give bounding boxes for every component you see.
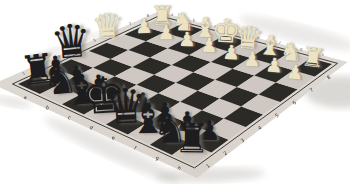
chess-set-product-photo: a11ab22bc33cd44de55ef66fg77gh88h ♜♞♟♝♛♟♚… xyxy=(0,0,350,184)
chess-board: a11ab22bc33cd44de55ef66fg77gh88h xyxy=(0,0,350,184)
